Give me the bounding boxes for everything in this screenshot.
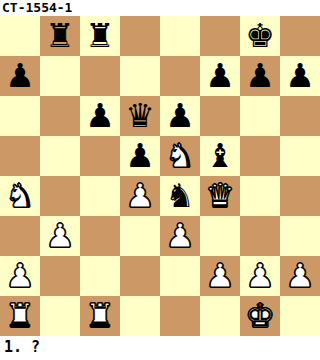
piece-white-pawn[interactable]: ♟	[125, 176, 155, 216]
square-f5[interactable]: ♝	[200, 136, 240, 176]
square-d7[interactable]	[120, 56, 160, 96]
square-c6[interactable]: ♟	[80, 96, 120, 136]
square-a5[interactable]	[0, 136, 40, 176]
piece-white-pawn[interactable]: ♟	[245, 256, 275, 296]
square-f1[interactable]	[200, 296, 240, 336]
square-b2[interactable]	[40, 256, 80, 296]
square-a3[interactable]	[0, 216, 40, 256]
square-a7[interactable]: ♟	[0, 56, 40, 96]
square-c8[interactable]: ♜	[80, 16, 120, 56]
piece-black-queen[interactable]: ♛	[125, 96, 155, 136]
square-e5[interactable]: ♞	[160, 136, 200, 176]
square-a2[interactable]: ♟	[0, 256, 40, 296]
square-d8[interactable]	[120, 16, 160, 56]
square-c1[interactable]: ♜	[80, 296, 120, 336]
piece-black-bishop[interactable]: ♝	[205, 136, 235, 176]
piece-black-king[interactable]: ♚	[245, 16, 275, 56]
square-a6[interactable]	[0, 96, 40, 136]
square-a1[interactable]: ♜	[0, 296, 40, 336]
square-e3[interactable]: ♟	[160, 216, 200, 256]
square-b7[interactable]	[40, 56, 80, 96]
square-g6[interactable]	[240, 96, 280, 136]
puzzle-title: CT-1554-1	[0, 0, 320, 16]
piece-black-pawn[interactable]: ♟	[245, 56, 275, 96]
piece-black-rook[interactable]: ♜	[45, 16, 75, 56]
square-d4[interactable]: ♟	[120, 176, 160, 216]
square-b8[interactable]: ♜	[40, 16, 80, 56]
square-h4[interactable]	[280, 176, 320, 216]
square-f8[interactable]	[200, 16, 240, 56]
square-d6[interactable]: ♛	[120, 96, 160, 136]
piece-white-pawn[interactable]: ♟	[45, 216, 75, 256]
square-h5[interactable]	[280, 136, 320, 176]
piece-white-rook[interactable]: ♜	[5, 296, 35, 336]
square-e7[interactable]	[160, 56, 200, 96]
square-a8[interactable]	[0, 16, 40, 56]
square-f2[interactable]: ♟	[200, 256, 240, 296]
piece-white-knight[interactable]: ♞	[5, 176, 35, 216]
piece-white-knight[interactable]: ♞	[165, 136, 195, 176]
square-d3[interactable]	[120, 216, 160, 256]
square-e4[interactable]: ♞	[160, 176, 200, 216]
square-b5[interactable]	[40, 136, 80, 176]
square-h8[interactable]	[280, 16, 320, 56]
square-b4[interactable]	[40, 176, 80, 216]
square-e8[interactable]	[160, 16, 200, 56]
square-f4[interactable]: ♛	[200, 176, 240, 216]
piece-white-pawn[interactable]: ♟	[165, 216, 195, 256]
piece-black-knight[interactable]: ♞	[165, 176, 195, 216]
square-e1[interactable]	[160, 296, 200, 336]
square-c4[interactable]	[80, 176, 120, 216]
square-g4[interactable]	[240, 176, 280, 216]
square-e2[interactable]	[160, 256, 200, 296]
square-a4[interactable]: ♞	[0, 176, 40, 216]
chess-board: ♜♜♚♟♟♟♟♟♛♟♟♞♝♞♟♞♛♟♟♟♟♟♟♜♜♚	[0, 16, 320, 336]
square-b3[interactable]: ♟	[40, 216, 80, 256]
square-b6[interactable]	[40, 96, 80, 136]
square-c5[interactable]	[80, 136, 120, 176]
square-b1[interactable]	[40, 296, 80, 336]
square-f3[interactable]	[200, 216, 240, 256]
square-g7[interactable]: ♟	[240, 56, 280, 96]
square-h1[interactable]	[280, 296, 320, 336]
piece-black-pawn[interactable]: ♟	[85, 96, 115, 136]
piece-black-rook[interactable]: ♜	[85, 16, 115, 56]
piece-black-pawn[interactable]: ♟	[285, 56, 315, 96]
square-e6[interactable]: ♟	[160, 96, 200, 136]
square-f6[interactable]	[200, 96, 240, 136]
square-h7[interactable]: ♟	[280, 56, 320, 96]
square-c3[interactable]	[80, 216, 120, 256]
square-g3[interactable]	[240, 216, 280, 256]
square-g1[interactable]: ♚	[240, 296, 280, 336]
square-h6[interactable]	[280, 96, 320, 136]
square-h2[interactable]: ♟	[280, 256, 320, 296]
square-d2[interactable]	[120, 256, 160, 296]
piece-white-queen[interactable]: ♛	[205, 176, 235, 216]
square-g2[interactable]: ♟	[240, 256, 280, 296]
piece-black-pawn[interactable]: ♟	[5, 56, 35, 96]
square-g5[interactable]	[240, 136, 280, 176]
move-prompt: 1. ?	[0, 336, 320, 360]
piece-black-pawn[interactable]: ♟	[165, 96, 195, 136]
piece-white-pawn[interactable]: ♟	[285, 256, 315, 296]
square-d1[interactable]	[120, 296, 160, 336]
piece-white-king[interactable]: ♚	[245, 296, 275, 336]
square-g8[interactable]: ♚	[240, 16, 280, 56]
piece-black-pawn[interactable]: ♟	[125, 136, 155, 176]
piece-white-pawn[interactable]: ♟	[5, 256, 35, 296]
square-d5[interactable]: ♟	[120, 136, 160, 176]
square-c7[interactable]	[80, 56, 120, 96]
square-c2[interactable]	[80, 256, 120, 296]
square-h3[interactable]	[280, 216, 320, 256]
square-f7[interactable]: ♟	[200, 56, 240, 96]
piece-black-pawn[interactable]: ♟	[205, 56, 235, 96]
piece-white-pawn[interactable]: ♟	[205, 256, 235, 296]
piece-white-rook[interactable]: ♜	[85, 296, 115, 336]
